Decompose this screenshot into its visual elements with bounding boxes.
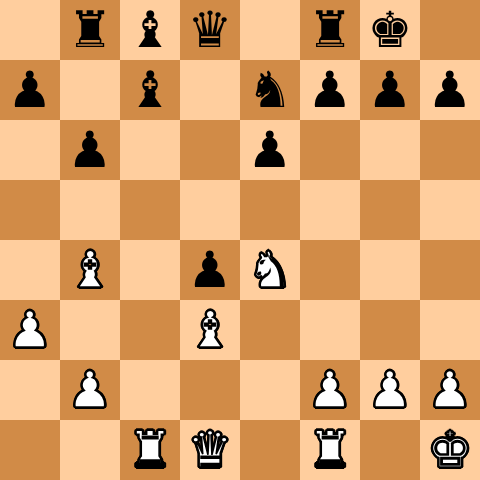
square-g8[interactable]: ♚ [360, 0, 420, 60]
square-f2[interactable]: ♟ [300, 360, 360, 420]
black-pawn-piece[interactable]: ♟ [308, 65, 353, 115]
square-c8[interactable]: ♝ [120, 0, 180, 60]
square-h4[interactable] [420, 240, 480, 300]
black-bishop-piece[interactable]: ♝ [128, 65, 173, 115]
white-bishop-piece[interactable]: ♝ [68, 245, 113, 295]
square-e8[interactable] [240, 0, 300, 60]
square-b1[interactable] [60, 420, 120, 480]
square-e1[interactable] [240, 420, 300, 480]
black-pawn-piece[interactable]: ♟ [68, 125, 113, 175]
square-a7[interactable]: ♟ [0, 60, 60, 120]
square-h3[interactable] [420, 300, 480, 360]
white-queen-piece[interactable]: ♛ [188, 425, 233, 475]
square-c2[interactable] [120, 360, 180, 420]
square-d3[interactable]: ♝ [180, 300, 240, 360]
white-pawn-piece[interactable]: ♟ [368, 365, 413, 415]
black-pawn-piece[interactable]: ♟ [248, 125, 293, 175]
square-b6[interactable]: ♟ [60, 120, 120, 180]
square-d6[interactable] [180, 120, 240, 180]
square-e2[interactable] [240, 360, 300, 420]
black-pawn-piece[interactable]: ♟ [8, 65, 53, 115]
square-g4[interactable] [360, 240, 420, 300]
square-h1[interactable]: ♚ [420, 420, 480, 480]
square-h2[interactable]: ♟ [420, 360, 480, 420]
square-b7[interactable] [60, 60, 120, 120]
square-f8[interactable]: ♜ [300, 0, 360, 60]
black-knight-piece[interactable]: ♞ [248, 65, 293, 115]
square-g2[interactable]: ♟ [360, 360, 420, 420]
white-knight-piece[interactable]: ♞ [248, 245, 293, 295]
square-a5[interactable] [0, 180, 60, 240]
square-b3[interactable] [60, 300, 120, 360]
square-g1[interactable] [360, 420, 420, 480]
square-b4[interactable]: ♝ [60, 240, 120, 300]
square-c4[interactable] [120, 240, 180, 300]
black-rook-piece[interactable]: ♜ [68, 5, 113, 55]
square-f1[interactable]: ♜ [300, 420, 360, 480]
white-pawn-piece[interactable]: ♟ [8, 305, 53, 355]
square-a3[interactable]: ♟ [0, 300, 60, 360]
square-f7[interactable]: ♟ [300, 60, 360, 120]
square-b2[interactable]: ♟ [60, 360, 120, 420]
square-g3[interactable] [360, 300, 420, 360]
white-bishop-piece[interactable]: ♝ [188, 305, 233, 355]
square-g5[interactable] [360, 180, 420, 240]
square-a2[interactable] [0, 360, 60, 420]
square-e4[interactable]: ♞ [240, 240, 300, 300]
square-e5[interactable] [240, 180, 300, 240]
white-rook-piece[interactable]: ♜ [308, 425, 353, 475]
black-queen-piece[interactable]: ♛ [188, 5, 233, 55]
white-rook-piece[interactable]: ♜ [128, 425, 173, 475]
black-pawn-piece[interactable]: ♟ [368, 65, 413, 115]
square-b8[interactable]: ♜ [60, 0, 120, 60]
square-f5[interactable] [300, 180, 360, 240]
square-c5[interactable] [120, 180, 180, 240]
square-c7[interactable]: ♝ [120, 60, 180, 120]
square-d5[interactable] [180, 180, 240, 240]
square-h8[interactable] [420, 0, 480, 60]
square-d1[interactable]: ♛ [180, 420, 240, 480]
square-h5[interactable] [420, 180, 480, 240]
square-a1[interactable] [0, 420, 60, 480]
black-pawn-piece[interactable]: ♟ [188, 245, 233, 295]
square-a4[interactable] [0, 240, 60, 300]
square-g7[interactable]: ♟ [360, 60, 420, 120]
white-pawn-piece[interactable]: ♟ [308, 365, 353, 415]
square-a8[interactable] [0, 0, 60, 60]
square-e3[interactable] [240, 300, 300, 360]
square-e6[interactable]: ♟ [240, 120, 300, 180]
square-c3[interactable] [120, 300, 180, 360]
square-h6[interactable] [420, 120, 480, 180]
square-e7[interactable]: ♞ [240, 60, 300, 120]
square-c1[interactable]: ♜ [120, 420, 180, 480]
square-g6[interactable] [360, 120, 420, 180]
white-pawn-piece[interactable]: ♟ [68, 365, 113, 415]
black-rook-piece[interactable]: ♜ [308, 5, 353, 55]
white-king-piece[interactable]: ♚ [428, 425, 473, 475]
white-pawn-piece[interactable]: ♟ [428, 365, 473, 415]
square-d7[interactable] [180, 60, 240, 120]
black-pawn-piece[interactable]: ♟ [428, 65, 473, 115]
square-d2[interactable] [180, 360, 240, 420]
square-b5[interactable] [60, 180, 120, 240]
square-d8[interactable]: ♛ [180, 0, 240, 60]
square-d4[interactable]: ♟ [180, 240, 240, 300]
black-king-piece[interactable]: ♚ [368, 5, 413, 55]
square-h7[interactable]: ♟ [420, 60, 480, 120]
square-f6[interactable] [300, 120, 360, 180]
square-f4[interactable] [300, 240, 360, 300]
chess-board: ♜♝♛♜♚♟♝♞♟♟♟♟♟♝♟♞♟♝♟♟♟♟♜♛♜♚ [0, 0, 480, 480]
square-c6[interactable] [120, 120, 180, 180]
square-f3[interactable] [300, 300, 360, 360]
square-a6[interactable] [0, 120, 60, 180]
black-bishop-piece[interactable]: ♝ [128, 5, 173, 55]
